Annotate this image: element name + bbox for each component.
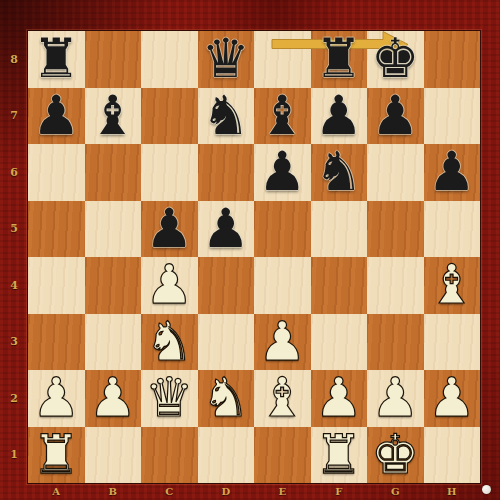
- piece-black-pawn[interactable]: ♟: [371, 88, 419, 144]
- square-c3[interactable]: ♞: [141, 314, 198, 371]
- piece-black-king[interactable]: ♚: [371, 31, 419, 87]
- side-to-move-indicator: [482, 485, 491, 494]
- square-a8[interactable]: ♜: [28, 31, 85, 88]
- square-f7[interactable]: ♟: [311, 88, 368, 145]
- square-f6[interactable]: ♞: [311, 144, 368, 201]
- piece-black-pawn[interactable]: ♟: [315, 88, 363, 144]
- square-c5[interactable]: ♟: [141, 201, 198, 258]
- piece-white-bishop[interactable]: ♝: [258, 370, 306, 426]
- square-d3[interactable]: [198, 314, 255, 371]
- piece-white-bishop[interactable]: ♝: [428, 257, 476, 313]
- rank-label-5: 5: [0, 201, 28, 258]
- piece-white-pawn[interactable]: ♟: [258, 314, 306, 370]
- piece-black-knight[interactable]: ♞: [315, 144, 363, 200]
- piece-black-rook[interactable]: ♜: [32, 31, 80, 87]
- chessboard: ♜♛♜♚♟♝♞♝♟♟♟♞♟♟♟♟♝♞♟♟♟♛♞♝♟♟♟♜♜♚: [28, 31, 480, 483]
- square-b5[interactable]: [85, 201, 142, 258]
- piece-black-pawn[interactable]: ♟: [428, 144, 476, 200]
- piece-white-pawn[interactable]: ♟: [428, 370, 476, 426]
- square-f8[interactable]: ♜: [311, 31, 368, 88]
- square-c7[interactable]: [141, 88, 198, 145]
- square-f2[interactable]: ♟: [311, 370, 368, 427]
- piece-white-pawn[interactable]: ♟: [145, 257, 193, 313]
- piece-white-knight[interactable]: ♞: [202, 370, 250, 426]
- piece-white-rook[interactable]: ♜: [315, 427, 363, 483]
- piece-white-pawn[interactable]: ♟: [32, 370, 80, 426]
- square-g2[interactable]: ♟: [367, 370, 424, 427]
- square-d7[interactable]: ♞: [198, 88, 255, 145]
- file-label-h: H: [424, 482, 481, 500]
- rank-label-2: 2: [0, 370, 28, 427]
- piece-black-rook[interactable]: ♜: [315, 31, 363, 87]
- piece-black-pawn[interactable]: ♟: [258, 144, 306, 200]
- square-g7[interactable]: ♟: [367, 88, 424, 145]
- square-h5[interactable]: [424, 201, 481, 258]
- square-d5[interactable]: ♟: [198, 201, 255, 258]
- square-h2[interactable]: ♟: [424, 370, 481, 427]
- square-h6[interactable]: ♟: [424, 144, 481, 201]
- rank-label-4: 4: [0, 257, 28, 314]
- square-d4[interactable]: [198, 257, 255, 314]
- piece-white-rook[interactable]: ♜: [32, 427, 80, 483]
- square-d6[interactable]: [198, 144, 255, 201]
- piece-white-king[interactable]: ♚: [371, 427, 419, 483]
- square-d1[interactable]: [198, 427, 255, 484]
- rank-coordinates: 87654321: [0, 31, 28, 483]
- square-c6[interactable]: [141, 144, 198, 201]
- square-e2[interactable]: ♝: [254, 370, 311, 427]
- square-g3[interactable]: [367, 314, 424, 371]
- chessboard-frame: ♜♛♜♚♟♝♞♝♟♟♟♞♟♟♟♟♝♞♟♟♟♛♞♝♟♟♟♜♜♚ 87654321 …: [0, 0, 500, 500]
- square-f1[interactable]: ♜: [311, 427, 368, 484]
- file-label-a: A: [28, 482, 85, 500]
- file-label-f: F: [311, 482, 368, 500]
- piece-black-queen[interactable]: ♛: [202, 31, 250, 87]
- square-e1[interactable]: [254, 427, 311, 484]
- square-g4[interactable]: [367, 257, 424, 314]
- file-coordinates: ABCDEFGH: [28, 482, 480, 500]
- file-label-b: B: [85, 482, 142, 500]
- square-c4[interactable]: ♟: [141, 257, 198, 314]
- square-a2[interactable]: ♟: [28, 370, 85, 427]
- piece-black-bishop[interactable]: ♝: [89, 88, 137, 144]
- square-d2[interactable]: ♞: [198, 370, 255, 427]
- rank-label-3: 3: [0, 314, 28, 371]
- piece-white-pawn[interactable]: ♟: [371, 370, 419, 426]
- square-b8[interactable]: [85, 31, 142, 88]
- square-c8[interactable]: [141, 31, 198, 88]
- square-c2[interactable]: ♛: [141, 370, 198, 427]
- square-b4[interactable]: [85, 257, 142, 314]
- file-label-g: G: [367, 482, 424, 500]
- rank-label-6: 6: [0, 144, 28, 201]
- piece-black-bishop[interactable]: ♝: [258, 88, 306, 144]
- square-b1[interactable]: [85, 427, 142, 484]
- square-a1[interactable]: ♜: [28, 427, 85, 484]
- square-a3[interactable]: [28, 314, 85, 371]
- square-g6[interactable]: [367, 144, 424, 201]
- square-g1[interactable]: ♚: [367, 427, 424, 484]
- rank-label-7: 7: [0, 88, 28, 145]
- square-b6[interactable]: [85, 144, 142, 201]
- square-g8[interactable]: ♚: [367, 31, 424, 88]
- square-e3[interactable]: ♟: [254, 314, 311, 371]
- square-f3[interactable]: [311, 314, 368, 371]
- square-h4[interactable]: ♝: [424, 257, 481, 314]
- file-label-c: C: [141, 482, 198, 500]
- square-e7[interactable]: ♝: [254, 88, 311, 145]
- square-h3[interactable]: [424, 314, 481, 371]
- square-g5[interactable]: [367, 201, 424, 258]
- square-c1[interactable]: [141, 427, 198, 484]
- square-b3[interactable]: [85, 314, 142, 371]
- square-a6[interactable]: [28, 144, 85, 201]
- piece-black-pawn[interactable]: ♟: [145, 201, 193, 257]
- file-label-e: E: [254, 482, 311, 500]
- file-label-d: D: [198, 482, 255, 500]
- square-a5[interactable]: [28, 201, 85, 258]
- square-b2[interactable]: ♟: [85, 370, 142, 427]
- square-e4[interactable]: [254, 257, 311, 314]
- square-a7[interactable]: ♟: [28, 88, 85, 145]
- square-d8[interactable]: ♛: [198, 31, 255, 88]
- square-e5[interactable]: [254, 201, 311, 258]
- rank-label-8: 8: [0, 31, 28, 88]
- square-f5[interactable]: [311, 201, 368, 258]
- square-h8[interactable]: [424, 31, 481, 88]
- square-b7[interactable]: ♝: [85, 88, 142, 145]
- piece-white-queen[interactable]: ♛: [145, 370, 193, 426]
- piece-black-knight[interactable]: ♞: [202, 88, 250, 144]
- rank-label-1: 1: [0, 427, 28, 484]
- piece-white-knight[interactable]: ♞: [145, 314, 193, 370]
- square-a4[interactable]: [28, 257, 85, 314]
- square-f4[interactable]: [311, 257, 368, 314]
- square-h7[interactable]: [424, 88, 481, 145]
- piece-black-pawn[interactable]: ♟: [202, 201, 250, 257]
- square-e6[interactable]: ♟: [254, 144, 311, 201]
- piece-white-pawn[interactable]: ♟: [315, 370, 363, 426]
- piece-black-pawn[interactable]: ♟: [32, 88, 80, 144]
- square-e8[interactable]: [254, 31, 311, 88]
- square-h1[interactable]: [424, 427, 481, 484]
- piece-white-pawn[interactable]: ♟: [89, 370, 137, 426]
